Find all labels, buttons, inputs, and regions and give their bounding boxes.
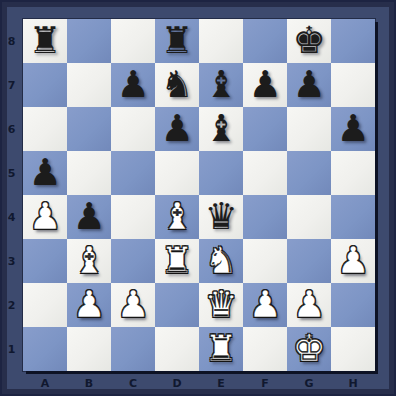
square-e1[interactable]: ♜	[199, 327, 243, 371]
piece-black-knight[interactable]: ♞	[160, 63, 193, 107]
square-b5[interactable]	[67, 151, 111, 195]
file-label-a: A	[23, 373, 67, 393]
square-h6[interactable]: ♟	[331, 107, 375, 151]
file-label-g: G	[287, 373, 331, 393]
square-a7[interactable]	[23, 63, 67, 107]
chess-board-frame: 87654321 ♜♜♚♟♞♝♟♟♟♝♟♟♟♟♝♛♝♜♞♟♟♟♛♟♟♜♚ ABC…	[0, 0, 396, 396]
piece-black-pawn[interactable]: ♟	[72, 195, 105, 239]
square-a8[interactable]: ♜	[23, 19, 67, 63]
piece-white-bishop[interactable]: ♝	[160, 195, 193, 239]
square-h4[interactable]	[331, 195, 375, 239]
square-f7[interactable]: ♟	[243, 63, 287, 107]
piece-white-king[interactable]: ♚	[292, 327, 325, 371]
square-c8[interactable]	[111, 19, 155, 63]
piece-white-pawn[interactable]: ♟	[116, 283, 149, 327]
square-g2[interactable]: ♟	[287, 283, 331, 327]
piece-black-rook[interactable]: ♜	[160, 19, 193, 63]
rank-label-8: 8	[0, 19, 23, 63]
file-label-f: F	[243, 373, 287, 393]
square-a5[interactable]: ♟	[23, 151, 67, 195]
file-labels: ABCDEFGH	[23, 373, 375, 393]
piece-white-rook[interactable]: ♜	[160, 239, 193, 283]
piece-white-bishop[interactable]: ♝	[72, 239, 105, 283]
piece-black-pawn[interactable]: ♟	[160, 107, 193, 151]
square-b2[interactable]: ♟	[67, 283, 111, 327]
piece-black-pawn[interactable]: ♟	[336, 107, 369, 151]
square-g1[interactable]: ♚	[287, 327, 331, 371]
chess-board: ♜♜♚♟♞♝♟♟♟♝♟♟♟♟♝♛♝♜♞♟♟♟♛♟♟♜♚	[23, 19, 375, 371]
square-d7[interactable]: ♞	[155, 63, 199, 107]
file-label-h: H	[331, 373, 375, 393]
square-b8[interactable]	[67, 19, 111, 63]
rank-label-6: 6	[0, 107, 23, 151]
piece-black-pawn[interactable]: ♟	[248, 63, 281, 107]
piece-black-rook[interactable]: ♜	[28, 19, 61, 63]
piece-black-king[interactable]: ♚	[292, 19, 325, 63]
rank-label-1: 1	[0, 327, 23, 371]
rank-labels: 87654321	[0, 19, 23, 371]
piece-white-knight[interactable]: ♞	[204, 239, 237, 283]
file-label-c: C	[111, 373, 155, 393]
square-g7[interactable]: ♟	[287, 63, 331, 107]
square-f2[interactable]: ♟	[243, 283, 287, 327]
square-f3[interactable]	[243, 239, 287, 283]
piece-white-queen[interactable]: ♛	[204, 283, 237, 327]
file-label-d: D	[155, 373, 199, 393]
piece-black-pawn[interactable]: ♟	[116, 63, 149, 107]
square-c5[interactable]	[111, 151, 155, 195]
square-h7[interactable]	[331, 63, 375, 107]
rank-label-5: 5	[0, 151, 23, 195]
square-f8[interactable]	[243, 19, 287, 63]
square-g6[interactable]	[287, 107, 331, 151]
square-g5[interactable]	[287, 151, 331, 195]
square-c1[interactable]	[111, 327, 155, 371]
piece-black-bishop[interactable]: ♝	[204, 63, 237, 107]
rank-label-7: 7	[0, 63, 23, 107]
square-a3[interactable]	[23, 239, 67, 283]
square-h3[interactable]: ♟	[331, 239, 375, 283]
piece-white-pawn[interactable]: ♟	[28, 195, 61, 239]
square-e6[interactable]: ♝	[199, 107, 243, 151]
file-label-b: B	[67, 373, 111, 393]
square-a1[interactable]	[23, 327, 67, 371]
square-c2[interactable]: ♟	[111, 283, 155, 327]
square-g3[interactable]	[287, 239, 331, 283]
square-f5[interactable]	[243, 151, 287, 195]
square-b3[interactable]: ♝	[67, 239, 111, 283]
square-a2[interactable]	[23, 283, 67, 327]
square-f1[interactable]	[243, 327, 287, 371]
square-d5[interactable]	[155, 151, 199, 195]
square-d2[interactable]	[155, 283, 199, 327]
square-d6[interactable]: ♟	[155, 107, 199, 151]
square-e4[interactable]: ♛	[199, 195, 243, 239]
piece-white-pawn[interactable]: ♟	[336, 239, 369, 283]
piece-white-pawn[interactable]: ♟	[292, 283, 325, 327]
piece-black-pawn[interactable]: ♟	[28, 151, 61, 195]
square-g4[interactable]	[287, 195, 331, 239]
square-g8[interactable]: ♚	[287, 19, 331, 63]
square-h2[interactable]	[331, 283, 375, 327]
square-b1[interactable]	[67, 327, 111, 371]
piece-black-queen[interactable]: ♛	[204, 195, 237, 239]
square-c4[interactable]	[111, 195, 155, 239]
square-c6[interactable]	[111, 107, 155, 151]
piece-white-pawn[interactable]: ♟	[248, 283, 281, 327]
square-d1[interactable]	[155, 327, 199, 371]
file-label-e: E	[199, 373, 243, 393]
piece-white-pawn[interactable]: ♟	[72, 283, 105, 327]
square-b7[interactable]	[67, 63, 111, 107]
square-h5[interactable]	[331, 151, 375, 195]
square-d8[interactable]: ♜	[155, 19, 199, 63]
square-d4[interactable]: ♝	[155, 195, 199, 239]
square-a4[interactable]: ♟	[23, 195, 67, 239]
rank-label-3: 3	[0, 239, 23, 283]
square-c3[interactable]	[111, 239, 155, 283]
piece-black-bishop[interactable]: ♝	[204, 107, 237, 151]
rank-label-4: 4	[0, 195, 23, 239]
square-a6[interactable]	[23, 107, 67, 151]
square-f6[interactable]	[243, 107, 287, 151]
piece-black-pawn[interactable]: ♟	[292, 63, 325, 107]
square-b4[interactable]: ♟	[67, 195, 111, 239]
square-e3[interactable]: ♞	[199, 239, 243, 283]
square-e8[interactable]	[199, 19, 243, 63]
square-d3[interactable]: ♜	[155, 239, 199, 283]
square-b6[interactable]	[67, 107, 111, 151]
square-f4[interactable]	[243, 195, 287, 239]
square-h1[interactable]	[331, 327, 375, 371]
square-c7[interactable]: ♟	[111, 63, 155, 107]
piece-white-rook[interactable]: ♜	[204, 327, 237, 371]
rank-label-2: 2	[0, 283, 23, 327]
square-h8[interactable]	[331, 19, 375, 63]
square-e7[interactable]: ♝	[199, 63, 243, 107]
square-e2[interactable]: ♛	[199, 283, 243, 327]
square-e5[interactable]	[199, 151, 243, 195]
